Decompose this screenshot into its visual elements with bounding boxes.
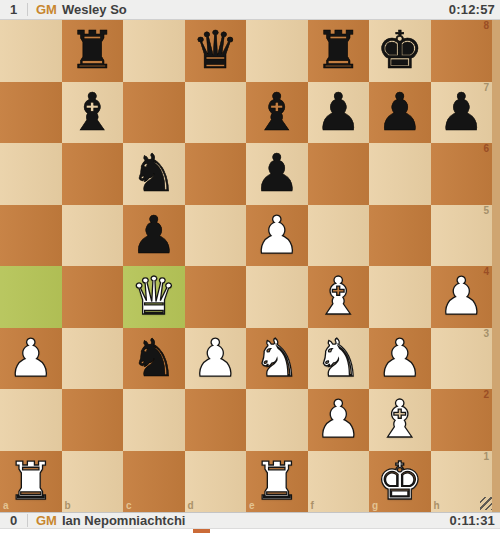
piece-black-bishop[interactable]: ♝	[246, 82, 308, 144]
board-right-edge	[492, 20, 500, 512]
square-c1[interactable]: c	[123, 451, 185, 513]
square-h7[interactable]: 7♟	[431, 82, 493, 144]
file-label-f: f	[311, 501, 314, 511]
square-f3[interactable]: ♞	[308, 328, 370, 390]
piece-white-bishop[interactable]: ♝	[308, 266, 370, 328]
square-d8[interactable]: ♛	[185, 20, 247, 82]
rank-label-8: 8	[483, 21, 489, 31]
bar-divider	[27, 514, 28, 527]
square-d4[interactable]	[185, 266, 247, 328]
square-f7[interactable]: ♟	[308, 82, 370, 144]
top-player-name: Wesley So	[62, 2, 127, 17]
piece-black-knight[interactable]: ♞	[123, 143, 185, 205]
square-a4[interactable]	[0, 266, 62, 328]
square-f1[interactable]: f	[308, 451, 370, 513]
bottom-player-name: Ian Nepomniachtchi	[62, 513, 186, 528]
rank-label-3: 3	[483, 329, 489, 339]
square-d3[interactable]: ♟	[185, 328, 247, 390]
piece-white-knight[interactable]: ♞	[308, 328, 370, 390]
file-label-c: c	[126, 501, 132, 511]
square-a1[interactable]: a♜	[0, 451, 62, 513]
piece-white-rook[interactable]: ♜	[0, 451, 62, 513]
piece-white-king[interactable]: ♚	[369, 451, 431, 513]
square-a7[interactable]	[0, 82, 62, 144]
piece-white-bishop[interactable]: ♝	[369, 389, 431, 451]
bottom-player-score: 0	[0, 513, 27, 528]
square-g8[interactable]: ♚	[369, 20, 431, 82]
square-h5[interactable]: 5	[431, 205, 493, 267]
bottom-scrollbar	[0, 529, 500, 533]
square-h2[interactable]: 2	[431, 389, 493, 451]
file-label-a: a	[3, 501, 9, 511]
piece-black-bishop[interactable]: ♝	[62, 82, 124, 144]
square-e2[interactable]	[246, 389, 308, 451]
square-b7[interactable]: ♝	[62, 82, 124, 144]
square-c7[interactable]	[123, 82, 185, 144]
square-a3[interactable]: ♟	[0, 328, 62, 390]
file-label-g: g	[372, 501, 378, 511]
piece-white-pawn[interactable]: ♟	[308, 389, 370, 451]
file-label-d: d	[188, 501, 194, 511]
square-b3[interactable]	[62, 328, 124, 390]
piece-black-rook[interactable]: ♜	[62, 20, 124, 82]
piece-white-pawn[interactable]: ♟	[0, 328, 62, 390]
chess-app-window: 1 GM Wesley So 0:12:57 ♜♛♜♚8♝♝♟♟7♟♞♟6♟♟5…	[0, 0, 500, 533]
square-d2[interactable]	[185, 389, 247, 451]
square-f6[interactable]	[308, 143, 370, 205]
square-e1[interactable]: e♜	[246, 451, 308, 513]
square-a5[interactable]	[0, 205, 62, 267]
rank-label-6: 6	[483, 144, 489, 154]
square-d1[interactable]: d	[185, 451, 247, 513]
square-b1[interactable]: b	[62, 451, 124, 513]
piece-white-queen[interactable]: ♛	[123, 266, 185, 328]
piece-white-rook[interactable]: ♜	[246, 451, 308, 513]
square-g7[interactable]: ♟	[369, 82, 431, 144]
piece-black-knight[interactable]: ♞	[123, 328, 185, 390]
bottom-player-title: GM	[36, 513, 57, 528]
square-b2[interactable]	[62, 389, 124, 451]
rank-label-5: 5	[483, 206, 489, 216]
file-label-b: b	[65, 501, 71, 511]
rank-label-4: 4	[483, 267, 489, 277]
square-e5[interactable]: ♟	[246, 205, 308, 267]
square-g3[interactable]: ♟	[369, 328, 431, 390]
piece-black-pawn[interactable]: ♟	[369, 82, 431, 144]
rank-label-2: 2	[483, 390, 489, 400]
square-e8[interactable]	[246, 20, 308, 82]
square-c2[interactable]	[123, 389, 185, 451]
square-e7[interactable]: ♝	[246, 82, 308, 144]
square-e4[interactable]	[246, 266, 308, 328]
rank-label-7: 7	[483, 83, 489, 93]
scrollbar-thumb[interactable]	[193, 529, 210, 533]
piece-black-pawn[interactable]: ♟	[308, 82, 370, 144]
square-d5[interactable]	[185, 205, 247, 267]
square-g4[interactable]	[369, 266, 431, 328]
square-g1[interactable]: g♚	[369, 451, 431, 513]
file-label-h: h	[434, 501, 440, 511]
board: ♜♛♜♚8♝♝♟♟7♟♞♟6♟♟5♛♝4♟♟♞♟♞♞♟3♟♝2a♜bcde♜fg…	[0, 20, 492, 512]
file-label-e: e	[249, 501, 255, 511]
square-b8[interactable]: ♜	[62, 20, 124, 82]
top-player-score: 1	[0, 2, 27, 17]
bar-divider	[27, 3, 28, 16]
top-player-title: GM	[36, 2, 57, 17]
bottom-player-clock: 0:11:31	[450, 513, 500, 528]
square-g5[interactable]	[369, 205, 431, 267]
piece-black-queen[interactable]: ♛	[185, 20, 247, 82]
square-d7[interactable]	[185, 82, 247, 144]
square-a2[interactable]	[0, 389, 62, 451]
top-player-clock: 0:12:57	[449, 2, 500, 17]
square-h6[interactable]: 6	[431, 143, 493, 205]
square-e3[interactable]: ♞	[246, 328, 308, 390]
square-d6[interactable]	[185, 143, 247, 205]
square-b5[interactable]	[62, 205, 124, 267]
piece-black-pawn[interactable]: ♟	[123, 205, 185, 267]
square-f8[interactable]: ♜	[308, 20, 370, 82]
piece-white-knight[interactable]: ♞	[246, 328, 308, 390]
square-f5[interactable]	[308, 205, 370, 267]
piece-black-rook[interactable]: ♜	[308, 20, 370, 82]
square-f4[interactable]: ♝	[308, 266, 370, 328]
square-h8[interactable]: 8	[431, 20, 493, 82]
square-c3[interactable]: ♞	[123, 328, 185, 390]
square-h4[interactable]: 4♟	[431, 266, 493, 328]
square-c5[interactable]: ♟	[123, 205, 185, 267]
square-a6[interactable]	[0, 143, 62, 205]
bottom-player-bar: 0 GM Ian Nepomniachtchi 0:11:31	[0, 512, 500, 529]
square-g6[interactable]	[369, 143, 431, 205]
piece-white-pawn[interactable]: ♟	[369, 328, 431, 390]
square-b4[interactable]	[62, 266, 124, 328]
square-e6[interactable]: ♟	[246, 143, 308, 205]
square-c4[interactable]: ♛	[123, 266, 185, 328]
piece-white-pawn[interactable]: ♟	[185, 328, 247, 390]
piece-black-king[interactable]: ♚	[369, 20, 431, 82]
square-f2[interactable]: ♟	[308, 389, 370, 451]
square-b6[interactable]	[62, 143, 124, 205]
square-c6[interactable]: ♞	[123, 143, 185, 205]
rank-label-1: 1	[483, 452, 489, 462]
board-resize-handle[interactable]	[480, 497, 492, 510]
piece-black-pawn[interactable]: ♟	[246, 143, 308, 205]
square-g2[interactable]: ♝	[369, 389, 431, 451]
square-c8[interactable]	[123, 20, 185, 82]
square-h3[interactable]: 3	[431, 328, 493, 390]
board-area: ♜♛♜♚8♝♝♟♟7♟♞♟6♟♟5♛♝4♟♟♞♟♞♞♟3♟♝2a♜bcde♜fg…	[0, 20, 500, 512]
square-a8[interactable]	[0, 20, 62, 82]
piece-white-pawn[interactable]: ♟	[246, 205, 308, 267]
top-player-bar: 1 GM Wesley So 0:12:57	[0, 0, 500, 20]
